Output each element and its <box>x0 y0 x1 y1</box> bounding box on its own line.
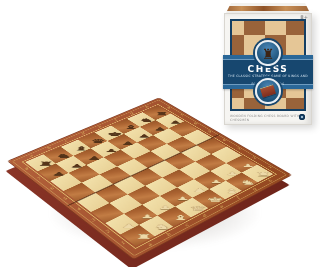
black-rook: ♜ <box>154 112 169 117</box>
white-king: ♚ <box>206 197 224 203</box>
brand-logo-icon <box>299 114 305 120</box>
black-bishop: ♝ <box>123 125 139 130</box>
white-pawn: ♟ <box>225 171 239 176</box>
black-knight: ♞ <box>55 154 72 160</box>
white-pawn: ♟ <box>241 163 255 168</box>
black-king: ♚ <box>106 132 122 137</box>
box-folded-board-badge <box>255 78 281 104</box>
black-queen: ♛ <box>90 139 106 144</box>
black-bishop: ♝ <box>73 146 90 151</box>
black-pawn: ♟ <box>169 120 182 124</box>
box-piece-badge: ♜ <box>255 40 281 66</box>
white-rook: ♜ <box>134 233 153 240</box>
box-bottom-text: WOODEN FOLDING CHESS BOARD WITH CHESSMEN <box>230 114 306 122</box>
black-rook: ♜ <box>37 161 54 167</box>
age-badge: 8+ <box>300 14 308 20</box>
white-queen: ♛ <box>189 206 207 213</box>
white-bishop: ♝ <box>222 188 240 194</box>
rook-icon: ♜ <box>262 47 275 61</box>
white-bishop: ♝ <box>171 215 189 222</box>
white-pawn: ♟ <box>175 196 189 201</box>
black-knight: ♞ <box>139 118 154 123</box>
white-pawn: ♟ <box>140 214 155 219</box>
black-pawn: ♟ <box>121 141 134 145</box>
black-pawn: ♟ <box>87 156 101 161</box>
box-top-wood-strip <box>224 6 312 11</box>
black-pawn: ♟ <box>51 172 65 177</box>
packaging-box-top <box>224 3 312 13</box>
folded-board-icon <box>260 84 276 98</box>
box-artwork-frame: CHESS THE CLASSIC STRATEGY GAME OF KINGS… <box>230 19 306 111</box>
white-pawn: ♟ <box>121 223 136 229</box>
white-rook: ♜ <box>254 172 272 178</box>
packaging-box-front: 8+ CHESS THE CLASSIC STRATEGY GAME OF KI… <box>224 13 312 125</box>
black-pawn: ♟ <box>137 134 150 138</box>
product-photo-stage: abcdefgh8♜♞♝♛♚♝♞♜87♟♟♟♟♟♟♟♟7665544332♟♟♟… <box>0 0 320 267</box>
white-knight: ♞ <box>153 224 171 231</box>
white-pawn: ♟ <box>158 205 172 210</box>
white-pawn: ♟ <box>209 179 223 184</box>
black-pawn: ♟ <box>104 149 117 153</box>
white-pawn: ♟ <box>192 188 206 193</box>
box-bottom-row: WOODEN FOLDING CHESS BOARD WITH CHESSMEN <box>230 111 306 124</box>
black-pawn: ♟ <box>153 127 166 131</box>
black-pawn: ♟ <box>69 164 83 169</box>
packaging-box: 8+ CHESS THE CLASSIC STRATEGY GAME OF KI… <box>224 3 312 125</box>
white-knight: ♞ <box>239 180 257 186</box>
